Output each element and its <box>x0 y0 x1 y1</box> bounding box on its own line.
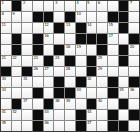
white-cell-r1c10[interactable]: 6 <box>97 1 107 11</box>
crossword-grid: 1234567891011121314151617181920212223242… <box>0 0 140 132</box>
clue-number: 4 <box>76 1 78 5</box>
black-cell-r4c13 <box>129 34 139 44</box>
white-cell-r1c11[interactable] <box>108 1 118 11</box>
white-cell-r7c8[interactable] <box>76 67 86 77</box>
black-cell-r5c6 <box>54 45 64 55</box>
black-cell-r8c6 <box>54 77 64 87</box>
black-cell-r12c8 <box>76 121 86 131</box>
white-cell-r11c10[interactable] <box>97 110 107 120</box>
black-cell-r10c5 <box>44 99 54 109</box>
clue-number: 22 <box>12 56 16 60</box>
white-cell-r5c3[interactable] <box>22 45 32 55</box>
black-cell-r9c6 <box>54 88 64 98</box>
white-cell-r9c13[interactable]: 36 <box>129 88 139 98</box>
white-cell-r12c1[interactable]: 45 <box>1 121 11 131</box>
white-cell-r6c6[interactable]: 24 <box>54 56 64 66</box>
black-cell-r12c12 <box>119 121 129 131</box>
white-cell-r4c6[interactable] <box>54 34 64 44</box>
white-cell-r7c2[interactable] <box>12 67 22 77</box>
black-cell-r3c6 <box>54 23 64 33</box>
clue-number: 12 <box>44 23 48 27</box>
white-cell-r7c6[interactable] <box>54 67 64 77</box>
clue-number: 16 <box>44 34 48 38</box>
black-cell-r10c9 <box>87 99 97 109</box>
white-cell-r11c2[interactable]: 42 <box>12 110 22 120</box>
black-cell-r3c8 <box>76 23 86 33</box>
white-cell-r2c1[interactable]: 8 <box>1 12 11 22</box>
white-cell-r5c8[interactable]: 19 <box>76 45 86 55</box>
white-cell-r8c7[interactable] <box>65 77 75 87</box>
black-cell-r2c4 <box>33 12 43 22</box>
white-cell-r2c3[interactable] <box>22 12 32 22</box>
clue-number: 33 <box>2 88 6 92</box>
black-cell-r11c8 <box>76 110 86 120</box>
white-cell-r2c6[interactable] <box>54 12 64 22</box>
black-cell-r11c13 <box>129 110 139 120</box>
white-cell-r12c10[interactable] <box>97 121 107 131</box>
black-cell-r9c4 <box>33 88 43 98</box>
white-cell-r12c9[interactable]: 47 <box>87 121 97 131</box>
clue-number: 15 <box>108 23 112 27</box>
white-cell-r8c4[interactable] <box>33 77 43 87</box>
white-cell-r3c1[interactable]: 11 <box>1 23 11 33</box>
black-cell-r5c12 <box>119 45 129 55</box>
white-cell-r7c4[interactable]: 26 <box>33 67 43 77</box>
black-cell-r5c2 <box>12 45 22 55</box>
white-cell-r5c9[interactable] <box>87 45 97 55</box>
clue-number: 37 <box>23 99 27 103</box>
black-cell-r12c11 <box>108 121 118 131</box>
white-cell-r10c7[interactable]: 39 <box>65 99 75 109</box>
white-cell-r5c13[interactable]: 20 <box>129 45 139 55</box>
black-cell-r8c13 <box>129 77 139 87</box>
white-cell-r5c1[interactable] <box>1 45 11 55</box>
black-cell-r4c2 <box>12 34 22 44</box>
white-cell-r10c11[interactable] <box>108 99 118 109</box>
white-cell-r7c11[interactable] <box>108 67 118 77</box>
clue-number: 7 <box>130 1 132 5</box>
white-cell-r1c9[interactable]: 5 <box>87 1 97 11</box>
white-cell-r2c2[interactable]: 9 <box>12 12 22 22</box>
white-cell-r6c1[interactable]: 21 <box>1 56 11 66</box>
clue-number: 32 <box>87 77 91 81</box>
black-cell-r1c12 <box>119 1 129 11</box>
white-cell-r1c8[interactable]: 4 <box>76 1 86 11</box>
black-cell-r9c11 <box>108 88 118 98</box>
black-cell-r2c5 <box>44 12 54 22</box>
clue-number: 47 <box>87 121 91 125</box>
white-cell-r11c9[interactable]: 44 <box>87 110 97 120</box>
black-cell-r6c5 <box>44 56 54 66</box>
clue-number: 18 <box>66 45 70 49</box>
white-cell-r5c7[interactable]: 18 <box>65 45 75 55</box>
black-cell-r5c4 <box>33 45 43 55</box>
white-cell-r3c3[interactable] <box>22 23 32 33</box>
black-cell-r10c12 <box>119 99 129 109</box>
white-cell-r2c8[interactable]: 10 <box>76 12 86 22</box>
white-cell-r6c11[interactable] <box>108 56 118 66</box>
black-cell-r5c10 <box>97 45 107 55</box>
white-cell-r6c3[interactable] <box>22 56 32 66</box>
black-cell-r10c2 <box>12 99 22 109</box>
clue-number: 6 <box>98 1 100 5</box>
clue-number: 43 <box>44 110 48 114</box>
white-cell-r1c4[interactable] <box>33 1 43 11</box>
white-cell-r12c7[interactable] <box>65 121 75 131</box>
black-cell-r4c4 <box>33 34 43 44</box>
white-cell-r7c12[interactable] <box>119 67 129 77</box>
white-cell-r9c10[interactable] <box>97 88 107 98</box>
black-cell-r4c10 <box>97 34 107 44</box>
white-cell-r9c8[interactable]: 34 <box>76 88 86 98</box>
white-cell-r10c13[interactable] <box>129 99 139 109</box>
white-cell-r12c5[interactable]: 46 <box>44 121 54 131</box>
clue-number: 31 <box>23 77 27 81</box>
clue-number: 35 <box>119 88 123 92</box>
clue-number: 9 <box>12 12 14 16</box>
clue-number: 44 <box>87 110 91 114</box>
white-cell-r12c3[interactable] <box>22 121 32 131</box>
white-cell-r4c12[interactable] <box>119 34 129 44</box>
black-cell-r8c8 <box>76 77 86 87</box>
white-cell-r1c1[interactable]: 1 <box>1 1 11 11</box>
white-cell-r10c3[interactable]: 37 <box>22 99 32 109</box>
clue-number: 28 <box>66 67 70 71</box>
clue-number: 8 <box>2 12 4 16</box>
white-cell-r10c10[interactable]: 40 <box>97 99 107 109</box>
white-cell-r8c12[interactable] <box>119 77 129 87</box>
clue-number: 2 <box>23 1 25 5</box>
clue-number: 10 <box>76 12 80 16</box>
white-cell-r8c10[interactable] <box>97 77 107 87</box>
black-cell-r6c7 <box>65 56 75 66</box>
white-cell-r9c12[interactable]: 35 <box>119 88 129 98</box>
black-cell-r7c1 <box>1 67 11 77</box>
white-cell-r9c9[interactable] <box>87 88 97 98</box>
black-cell-r12c4 <box>33 121 43 131</box>
clue-number: 19 <box>76 45 80 49</box>
white-cell-r4c11[interactable]: 17 <box>108 34 118 44</box>
clue-number: 45 <box>2 121 6 125</box>
white-cell-r6c10[interactable]: 25 <box>97 56 107 66</box>
white-cell-r8c2[interactable] <box>12 77 22 87</box>
white-cell-r4c5[interactable]: 16 <box>44 34 54 44</box>
white-cell-r11c7[interactable] <box>65 110 75 120</box>
white-cell-r10c8[interactable] <box>76 99 86 109</box>
white-cell-r8c5[interactable] <box>44 77 54 87</box>
black-cell-r4c8 <box>76 34 86 44</box>
white-cell-r6c2[interactable]: 22 <box>12 56 22 66</box>
clue-number: 26 <box>34 67 38 71</box>
white-cell-r2c13[interactable] <box>129 12 139 22</box>
white-cell-r3c2[interactable] <box>12 23 22 33</box>
clue-number: 39 <box>66 99 70 103</box>
white-cell-r3c4[interactable] <box>33 23 43 33</box>
clue-number: 46 <box>44 121 48 125</box>
white-cell-r1c6[interactable]: 3 <box>54 1 64 11</box>
clue-number: 23 <box>34 56 38 60</box>
white-cell-r3c9[interactable]: 14 <box>87 23 97 33</box>
white-cell-r2c10[interactable] <box>97 12 107 22</box>
clue-number: 3 <box>55 1 57 5</box>
clue-number: 13 <box>66 23 70 27</box>
white-cell-r3c10[interactable] <box>97 23 107 33</box>
white-cell-r12c13[interactable] <box>129 121 139 131</box>
white-cell-r7c7[interactable]: 28 <box>65 67 75 77</box>
white-cell-r8c3[interactable]: 31 <box>22 77 32 87</box>
clue-number: 27 <box>44 67 48 71</box>
black-cell-r4c9 <box>87 34 97 44</box>
clue-number: 38 <box>55 99 59 103</box>
white-cell-r6c8[interactable] <box>76 56 86 66</box>
white-cell-r1c7[interactable] <box>65 1 75 11</box>
clue-number: 34 <box>76 88 80 92</box>
black-cell-r6c9 <box>87 56 97 66</box>
black-cell-r7c9 <box>87 67 97 77</box>
white-cell-r3c7[interactable]: 13 <box>65 23 75 33</box>
clue-number: 36 <box>130 88 134 92</box>
black-cell-r2c11 <box>108 12 118 22</box>
white-cell-r10c4[interactable] <box>33 99 43 109</box>
clue-number: 24 <box>55 56 59 60</box>
white-cell-r11c6[interactable] <box>54 110 64 120</box>
white-cell-r4c1[interactable] <box>1 34 11 44</box>
clue-number: 14 <box>87 23 91 27</box>
clue-number: 17 <box>108 34 112 38</box>
black-cell-r1c2 <box>12 1 22 11</box>
clue-number: 25 <box>98 56 102 60</box>
white-cell-r10c1[interactable] <box>1 99 11 109</box>
clue-number: 41 <box>2 110 6 114</box>
white-cell-r12c2[interactable] <box>12 121 22 131</box>
clue-number: 29 <box>98 67 102 71</box>
white-cell-r7c5[interactable]: 27 <box>44 67 54 77</box>
clue-number: 20 <box>130 45 134 49</box>
white-cell-r2c9[interactable] <box>87 12 97 22</box>
black-cell-r11c11 <box>108 110 118 120</box>
white-cell-r10c6[interactable]: 38 <box>54 99 64 109</box>
white-cell-r5c11[interactable] <box>108 45 118 55</box>
white-cell-r8c9[interactable]: 32 <box>87 77 97 87</box>
white-cell-r3c5[interactable]: 12 <box>44 23 54 33</box>
clue-number: 1 <box>2 1 4 5</box>
white-cell-r1c3[interactable]: 2 <box>22 1 32 11</box>
white-cell-r3c13[interactable] <box>129 23 139 33</box>
black-cell-r8c11 <box>108 77 118 87</box>
white-cell-r6c13[interactable] <box>129 56 139 66</box>
black-cell-r2c7 <box>65 12 75 22</box>
black-cell-r7c3 <box>22 67 32 77</box>
white-cell-r11c5[interactable]: 43 <box>44 110 54 120</box>
black-cell-r3c12 <box>119 23 129 33</box>
white-cell-r9c2[interactable] <box>12 88 22 98</box>
clue-number: 21 <box>2 56 6 60</box>
black-cell-r9c7 <box>65 88 75 98</box>
white-cell-r7c10[interactable]: 29 <box>97 67 107 77</box>
white-cell-r4c3[interactable] <box>22 34 32 44</box>
white-cell-r4c7[interactable] <box>65 34 75 44</box>
white-cell-r9c5[interactable] <box>44 88 54 98</box>
black-cell-r11c4 <box>33 110 43 120</box>
clue-number: 5 <box>87 1 89 5</box>
clue-number: 30 <box>2 77 6 81</box>
white-cell-r8c1[interactable]: 30 <box>1 77 11 87</box>
white-cell-r1c5[interactable] <box>44 1 54 11</box>
clue-number: 42 <box>12 110 16 114</box>
black-cell-r2c12 <box>119 12 129 22</box>
black-cell-r6c12 <box>119 56 129 66</box>
white-cell-r9c3[interactable] <box>22 88 32 98</box>
clue-number: 11 <box>2 23 6 27</box>
white-cell-r9c1[interactable]: 33 <box>1 88 11 98</box>
white-cell-r1c13[interactable]: 7 <box>129 1 139 11</box>
white-cell-r11c12[interactable] <box>119 110 129 120</box>
white-cell-r11c1[interactable]: 41 <box>1 110 11 120</box>
white-cell-r3c11[interactable]: 15 <box>108 23 118 33</box>
white-cell-r6c4[interactable]: 23 <box>33 56 43 66</box>
white-cell-r11c3[interactable] <box>22 110 32 120</box>
white-cell-r7c13[interactable] <box>129 67 139 77</box>
clue-number: 40 <box>98 99 102 103</box>
white-cell-r12c6[interactable] <box>54 121 64 131</box>
white-cell-r5c5[interactable] <box>44 45 54 55</box>
